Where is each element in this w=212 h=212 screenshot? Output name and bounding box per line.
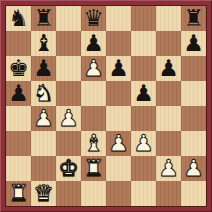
square-e3[interactable]: ♟ xyxy=(106,131,131,156)
white-knight-b5: ♞ xyxy=(31,81,56,106)
square-a6[interactable]: ♚ xyxy=(6,56,31,81)
square-f5[interactable]: ♟ xyxy=(131,81,156,106)
square-f7[interactable] xyxy=(131,31,156,56)
square-h6[interactable] xyxy=(181,56,206,81)
chess-board: ♞♜♛♜♝♟♟♚♟♟♟♟♟♞♟♟♟♝♟♟♚♜♟♟♜♛ xyxy=(6,6,206,206)
white-pawn-e3: ♟ xyxy=(106,131,131,156)
square-d5[interactable] xyxy=(81,81,106,106)
black-pawn-b6: ♟ xyxy=(31,56,56,81)
square-h8[interactable]: ♜ xyxy=(181,6,206,31)
white-pawn-h2: ♟ xyxy=(181,156,206,181)
square-d2[interactable]: ♜ xyxy=(81,156,106,181)
square-f8[interactable] xyxy=(131,6,156,31)
square-d4[interactable] xyxy=(81,106,106,131)
square-g8[interactable] xyxy=(156,6,181,31)
square-h7[interactable]: ♟ xyxy=(181,31,206,56)
square-h5[interactable] xyxy=(181,81,206,106)
square-g6[interactable]: ♟ xyxy=(156,56,181,81)
black-pawn-e6: ♟ xyxy=(106,56,131,81)
square-c4[interactable]: ♟ xyxy=(56,106,81,131)
square-h2[interactable]: ♟ xyxy=(181,156,206,181)
square-b7[interactable]: ♝ xyxy=(31,31,56,56)
square-e7[interactable] xyxy=(106,31,131,56)
square-h1[interactable] xyxy=(181,181,206,206)
black-pawn-h7: ♟ xyxy=(181,31,206,56)
square-g2[interactable]: ♟ xyxy=(156,156,181,181)
square-c1[interactable] xyxy=(56,181,81,206)
black-pawn-a5: ♟ xyxy=(6,81,31,106)
square-g3[interactable] xyxy=(156,131,181,156)
square-a7[interactable] xyxy=(6,31,31,56)
square-f3[interactable]: ♟ xyxy=(131,131,156,156)
black-queen-d8: ♛ xyxy=(81,6,106,31)
white-pawn-d6: ♟ xyxy=(81,56,106,81)
square-b6[interactable]: ♟ xyxy=(31,56,56,81)
square-e2[interactable] xyxy=(106,156,131,181)
square-d1[interactable] xyxy=(81,181,106,206)
black-pawn-f5: ♟ xyxy=(131,81,156,106)
square-f1[interactable] xyxy=(131,181,156,206)
square-d6[interactable]: ♟ xyxy=(81,56,106,81)
square-g4[interactable] xyxy=(156,106,181,131)
white-pawn-c4: ♟ xyxy=(56,106,81,131)
square-d7[interactable]: ♟ xyxy=(81,31,106,56)
square-g7[interactable] xyxy=(156,31,181,56)
square-d8[interactable]: ♛ xyxy=(81,6,106,31)
black-king-a6: ♚ xyxy=(6,56,31,81)
square-b2[interactable] xyxy=(31,156,56,181)
square-f6[interactable] xyxy=(131,56,156,81)
square-a8[interactable]: ♞ xyxy=(6,6,31,31)
square-c7[interactable] xyxy=(56,31,81,56)
square-f4[interactable] xyxy=(131,106,156,131)
square-c3[interactable] xyxy=(56,131,81,156)
square-e6[interactable]: ♟ xyxy=(106,56,131,81)
square-a4[interactable] xyxy=(6,106,31,131)
square-e4[interactable] xyxy=(106,106,131,131)
black-pawn-d7: ♟ xyxy=(81,31,106,56)
white-king-c2: ♚ xyxy=(56,156,81,181)
square-b3[interactable] xyxy=(31,131,56,156)
square-h4[interactable] xyxy=(181,106,206,131)
black-bishop-b7: ♝ xyxy=(31,31,56,56)
white-pawn-f3: ♟ xyxy=(131,131,156,156)
white-pawn-g2: ♟ xyxy=(156,156,181,181)
square-a5[interactable]: ♟ xyxy=(6,81,31,106)
square-a2[interactable] xyxy=(6,156,31,181)
square-c5[interactable] xyxy=(56,81,81,106)
square-e1[interactable] xyxy=(106,181,131,206)
white-queen-b1: ♛ xyxy=(31,181,56,206)
white-rook-d2: ♜ xyxy=(81,156,106,181)
square-a3[interactable] xyxy=(6,131,31,156)
square-g5[interactable] xyxy=(156,81,181,106)
square-a1[interactable]: ♜ xyxy=(6,181,31,206)
square-e8[interactable] xyxy=(106,6,131,31)
square-b1[interactable]: ♛ xyxy=(31,181,56,206)
square-f2[interactable] xyxy=(131,156,156,181)
square-d3[interactable]: ♝ xyxy=(81,131,106,156)
square-b4[interactable]: ♟ xyxy=(31,106,56,131)
square-e5[interactable] xyxy=(106,81,131,106)
square-b5[interactable]: ♞ xyxy=(31,81,56,106)
square-c8[interactable] xyxy=(56,6,81,31)
black-knight-a8: ♞ xyxy=(6,6,31,31)
square-g1[interactable] xyxy=(156,181,181,206)
chess-board-frame: ♞♜♛♜♝♟♟♚♟♟♟♟♟♞♟♟♟♝♟♟♚♜♟♟♜♛ xyxy=(0,0,212,212)
square-c2[interactable]: ♚ xyxy=(56,156,81,181)
black-rook-b8: ♜ xyxy=(31,6,56,31)
white-rook-a1: ♜ xyxy=(6,181,31,206)
white-pawn-b4: ♟ xyxy=(31,106,56,131)
square-b8[interactable]: ♜ xyxy=(31,6,56,31)
square-c6[interactable] xyxy=(56,56,81,81)
black-rook-h8: ♜ xyxy=(181,6,206,31)
white-bishop-d3: ♝ xyxy=(81,131,106,156)
black-pawn-g6: ♟ xyxy=(156,56,181,81)
square-h3[interactable] xyxy=(181,131,206,156)
